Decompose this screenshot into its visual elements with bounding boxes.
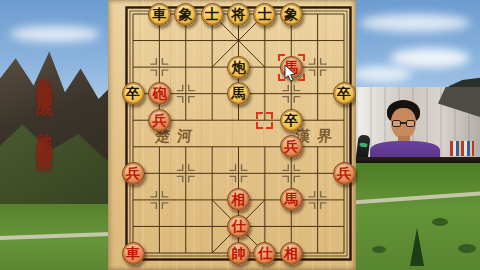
xiangqi-board[interactable]: 楚河 漢界 車象士将士象炮卒馬卒卒馬砲兵兵兵兵相馬仕車帥仕相 [108,0,356,270]
piece-black-f10[interactable]: 士 [253,3,276,26]
piece-black-c10[interactable]: 象 [174,3,197,26]
webcam-feed [356,87,480,163]
last-move-from-marker [256,112,273,129]
piece-red-b6[interactable]: 兵 [148,109,171,132]
piece-black-e10[interactable]: 将 [227,3,250,26]
piece-red-b7[interactable]: 砲 [148,82,171,105]
piece-red-g1[interactable]: 相 [280,242,303,265]
piece-red-g3[interactable]: 馬 [280,188,303,211]
piece-black-e8[interactable]: 炮 [227,56,250,79]
quote-overlay: 胜兵先胜而后求战 败兵先战而后求胜 [34,64,57,264]
cloud [390,48,470,68]
quote-column-right: 胜兵先胜而后求战 [35,64,55,88]
piece-black-d10[interactable]: 士 [201,3,224,26]
shelf-books [450,141,474,156]
piece-red-e2[interactable]: 仕 [227,215,250,238]
piece-red-e1[interactable]: 帥 [227,242,250,265]
piece-black-g6[interactable]: 卒 [280,109,303,132]
piece-black-e7[interactable]: 馬 [227,82,250,105]
presenter-glasses [392,120,415,127]
video-frame: 胜兵先胜而后求战 败兵先战而后求胜 楚河 漢界 車象士将士象炮卒馬卒卒馬砲兵兵兵… [0,0,480,270]
piece-black-a7[interactable]: 卒 [122,82,145,105]
bush [458,244,476,253]
cloud [360,14,470,32]
piece-red-g5[interactable]: 兵 [280,135,303,158]
piece-black-g10[interactable]: 象 [280,3,303,26]
cloud [10,26,100,42]
bush [432,218,448,226]
quote-column-left: 败兵先战而后求胜 [35,97,55,144]
piece-red-a1[interactable]: 車 [122,242,145,265]
piece-red-f1[interactable]: 仕 [253,242,276,265]
mouse-cursor-icon [284,65,297,82]
piece-red-i4[interactable]: 兵 [333,162,356,185]
bush [372,246,386,253]
cloud [352,66,412,82]
desk-edge [356,157,480,163]
webcam-dark-corner [438,87,480,117]
piece-red-a4[interactable]: 兵 [122,162,145,185]
piece-black-i7[interactable]: 卒 [333,82,356,105]
piece-black-b10[interactable]: 車 [148,3,171,26]
